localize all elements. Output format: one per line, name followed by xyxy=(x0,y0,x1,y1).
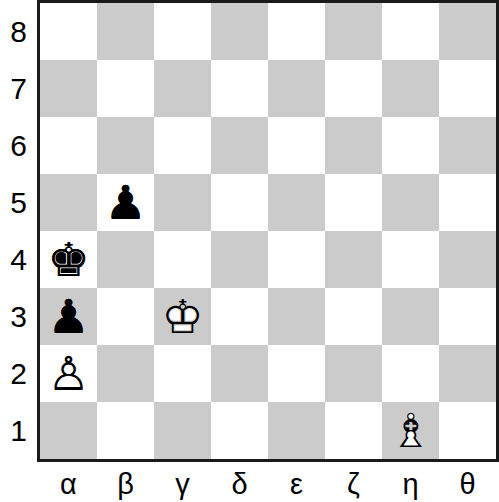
piece-glyph: ♔ xyxy=(154,288,211,345)
rank-label-7: 7 xyxy=(0,60,37,117)
rank-label-8: 8 xyxy=(0,3,37,60)
file-label-α: α xyxy=(40,464,97,502)
white-king[interactable]: ♚♔ xyxy=(154,288,211,345)
square-θ1[interactable] xyxy=(439,402,496,459)
file-label-β: β xyxy=(97,464,154,502)
square-α3[interactable]: ♟♟ xyxy=(40,288,97,345)
square-ζ5[interactable] xyxy=(325,174,382,231)
square-β5[interactable]: ♟♟ xyxy=(97,174,154,231)
square-ζ8[interactable] xyxy=(325,3,382,60)
file-label-γ: γ xyxy=(154,464,211,502)
chess-diagram: 87654321 ♟♟♚♚♟♟♚♔♟♙♝♗ αβγδεζηθ xyxy=(0,0,499,502)
square-η2[interactable] xyxy=(382,345,439,402)
white-bishop[interactable]: ♝♗ xyxy=(382,402,439,459)
rank-label-6: 6 xyxy=(0,117,37,174)
square-ε3[interactable] xyxy=(268,288,325,345)
square-θ5[interactable] xyxy=(439,174,496,231)
square-α7[interactable] xyxy=(40,60,97,117)
rank-labels: 87654321 xyxy=(0,0,37,464)
square-γ1[interactable] xyxy=(154,402,211,459)
square-α8[interactable] xyxy=(40,3,97,60)
square-γ2[interactable] xyxy=(154,345,211,402)
black-pawn[interactable]: ♟♟ xyxy=(97,174,154,231)
piece-glyph: ♗ xyxy=(382,402,439,459)
square-ε2[interactable] xyxy=(268,345,325,402)
square-ζ7[interactable] xyxy=(325,60,382,117)
square-α1[interactable] xyxy=(40,402,97,459)
file-label-η: η xyxy=(382,464,439,502)
square-δ5[interactable] xyxy=(211,174,268,231)
square-ε5[interactable] xyxy=(268,174,325,231)
file-label-δ: δ xyxy=(211,464,268,502)
square-ε8[interactable] xyxy=(268,3,325,60)
square-δ7[interactable] xyxy=(211,60,268,117)
square-γ7[interactable] xyxy=(154,60,211,117)
rank-label-5: 5 xyxy=(0,174,37,231)
piece-glyph: ♟ xyxy=(97,174,154,231)
square-γ8[interactable] xyxy=(154,3,211,60)
square-θ2[interactable] xyxy=(439,345,496,402)
square-ε6[interactable] xyxy=(268,117,325,174)
rank-label-1: 1 xyxy=(0,402,37,459)
square-ζ3[interactable] xyxy=(325,288,382,345)
piece-glyph: ♙ xyxy=(40,345,97,402)
square-β4[interactable] xyxy=(97,231,154,288)
square-η8[interactable] xyxy=(382,3,439,60)
square-α6[interactable] xyxy=(40,117,97,174)
square-γ3[interactable]: ♚♔ xyxy=(154,288,211,345)
square-δ6[interactable] xyxy=(211,117,268,174)
square-η5[interactable] xyxy=(382,174,439,231)
square-δ3[interactable] xyxy=(211,288,268,345)
square-ζ1[interactable] xyxy=(325,402,382,459)
square-η3[interactable] xyxy=(382,288,439,345)
square-α5[interactable] xyxy=(40,174,97,231)
file-label-θ: θ xyxy=(439,464,496,502)
square-β3[interactable] xyxy=(97,288,154,345)
square-ε4[interactable] xyxy=(268,231,325,288)
piece-glyph: ♟ xyxy=(40,288,97,345)
square-ζ2[interactable] xyxy=(325,345,382,402)
square-β7[interactable] xyxy=(97,60,154,117)
square-δ1[interactable] xyxy=(211,402,268,459)
square-η4[interactable] xyxy=(382,231,439,288)
square-ζ4[interactable] xyxy=(325,231,382,288)
square-ε1[interactable] xyxy=(268,402,325,459)
square-θ7[interactable] xyxy=(439,60,496,117)
rank-label-2: 2 xyxy=(0,345,37,402)
white-pawn[interactable]: ♟♙ xyxy=(40,345,97,402)
piece-glyph: ♚ xyxy=(40,231,97,288)
square-γ6[interactable] xyxy=(154,117,211,174)
square-η6[interactable] xyxy=(382,117,439,174)
square-β6[interactable] xyxy=(97,117,154,174)
file-labels: αβγδεζηθ xyxy=(37,464,499,502)
square-η7[interactable] xyxy=(382,60,439,117)
black-king[interactable]: ♚♚ xyxy=(40,231,97,288)
file-label-ε: ε xyxy=(268,464,325,502)
square-γ4[interactable] xyxy=(154,231,211,288)
black-pawn[interactable]: ♟♟ xyxy=(40,288,97,345)
square-ε7[interactable] xyxy=(268,60,325,117)
rank-label-3: 3 xyxy=(0,288,37,345)
rank-label-4: 4 xyxy=(0,231,37,288)
square-δ8[interactable] xyxy=(211,3,268,60)
square-η1[interactable]: ♝♗ xyxy=(382,402,439,459)
square-β1[interactable] xyxy=(97,402,154,459)
square-β2[interactable] xyxy=(97,345,154,402)
square-θ3[interactable] xyxy=(439,288,496,345)
square-ζ6[interactable] xyxy=(325,117,382,174)
square-γ5[interactable] xyxy=(154,174,211,231)
square-θ4[interactable] xyxy=(439,231,496,288)
square-β8[interactable] xyxy=(97,3,154,60)
square-α4[interactable]: ♚♚ xyxy=(40,231,97,288)
square-θ6[interactable] xyxy=(439,117,496,174)
chess-board: ♟♟♚♚♟♟♚♔♟♙♝♗ xyxy=(37,0,499,462)
square-θ8[interactable] xyxy=(439,3,496,60)
square-δ4[interactable] xyxy=(211,231,268,288)
square-δ2[interactable] xyxy=(211,345,268,402)
square-α2[interactable]: ♟♙ xyxy=(40,345,97,402)
file-label-ζ: ζ xyxy=(325,464,382,502)
